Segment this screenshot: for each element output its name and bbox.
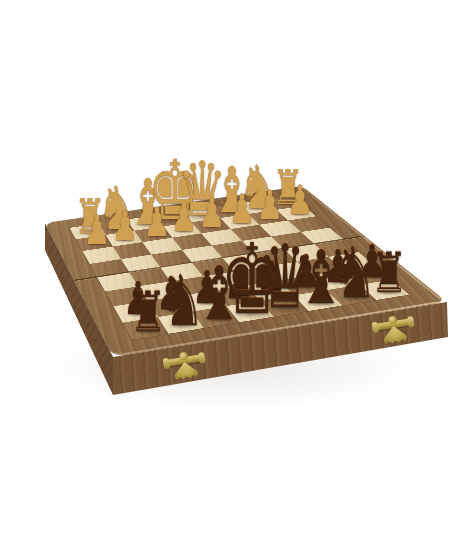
- chess-set-photo: ♜♞♝♚♛♝♞♜♟♟♟♟♟♟♟♟♟♟♟♟♟♟♟♟♜♞♝♚♛♝♞♜: [0, 0, 458, 555]
